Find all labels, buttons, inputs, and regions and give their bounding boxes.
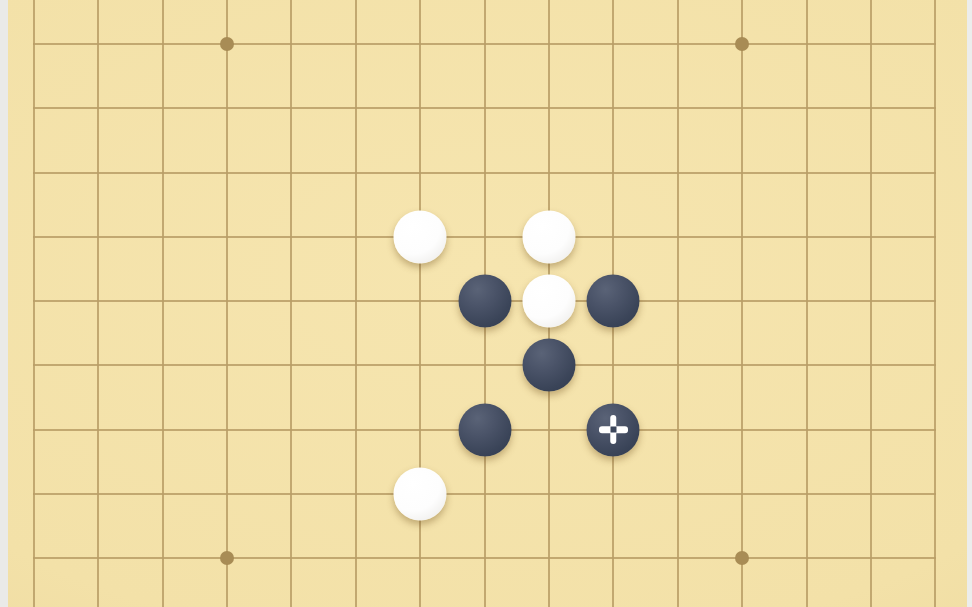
grid-line-horizontal — [33, 107, 937, 109]
black-stone — [587, 275, 640, 328]
black-stone — [523, 339, 576, 392]
grid-line-horizontal — [33, 493, 937, 495]
grid-line-vertical — [934, 0, 936, 607]
grid-line-vertical — [290, 0, 292, 607]
white-stone — [523, 275, 576, 328]
left-letterbox-strip — [0, 0, 8, 607]
grid-line-vertical — [870, 0, 872, 607]
grid-line-horizontal — [33, 172, 937, 174]
black-stone — [458, 275, 511, 328]
white-stone — [394, 468, 447, 521]
grid-line-vertical — [97, 0, 99, 607]
black-stone — [458, 403, 511, 456]
white-stone — [394, 210, 447, 263]
grid-line-vertical — [355, 0, 357, 607]
grid-line-vertical — [741, 0, 743, 607]
last-move-stone — [587, 403, 640, 456]
grid-line-horizontal — [33, 43, 937, 45]
grid-line-horizontal — [33, 364, 937, 366]
grid-line-vertical — [33, 0, 35, 607]
grid-line-horizontal — [33, 236, 937, 238]
last-move-marker-icon — [598, 415, 628, 445]
star-point — [735, 37, 749, 51]
grid-line-vertical — [806, 0, 808, 607]
grid-line-vertical — [162, 0, 164, 607]
right-letterbox-strip — [967, 0, 972, 607]
video-frame — [0, 0, 972, 607]
star-point — [735, 551, 749, 565]
grid-line-vertical — [677, 0, 679, 607]
star-point — [220, 37, 234, 51]
grid-line-vertical — [226, 0, 228, 607]
gomoku-board[interactable] — [0, 0, 972, 607]
grid-line-horizontal — [33, 557, 937, 559]
star-point — [220, 551, 234, 565]
white-stone — [523, 210, 576, 263]
